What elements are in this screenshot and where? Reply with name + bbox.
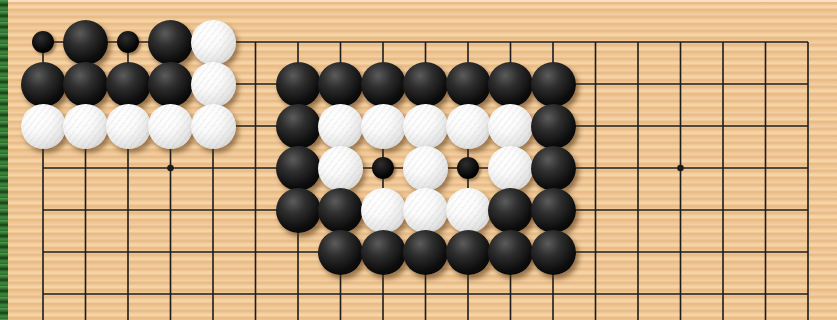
- stones-layer: [0, 0, 837, 320]
- black-stone: [488, 62, 533, 107]
- small-black-stone: [372, 157, 394, 179]
- black-stone: [318, 188, 363, 233]
- white-stone: [191, 62, 236, 107]
- black-stone: [63, 62, 108, 107]
- black-stone: [531, 188, 576, 233]
- white-stone: [63, 104, 108, 149]
- black-stone: [531, 104, 576, 149]
- black-stone: [276, 146, 321, 191]
- small-black-stone: [457, 157, 479, 179]
- white-stone: [318, 104, 363, 149]
- small-black-stone: [117, 31, 139, 53]
- black-stone: [318, 62, 363, 107]
- black-stone: [276, 104, 321, 149]
- black-stone: [531, 230, 576, 275]
- white-stone: [148, 104, 193, 149]
- black-stone: [403, 62, 448, 107]
- black-stone: [148, 20, 193, 65]
- white-stone: [488, 146, 533, 191]
- white-stone: [361, 104, 406, 149]
- white-stone: [21, 104, 66, 149]
- black-stone: [106, 62, 151, 107]
- white-stone: [446, 188, 491, 233]
- go-board-screenshot: [0, 0, 837, 320]
- white-stone: [403, 188, 448, 233]
- black-stone: [531, 146, 576, 191]
- white-stone: [403, 104, 448, 149]
- black-stone: [488, 230, 533, 275]
- black-stone: [21, 62, 66, 107]
- black-stone: [488, 188, 533, 233]
- black-stone: [276, 188, 321, 233]
- white-stone: [191, 20, 236, 65]
- black-stone: [531, 62, 576, 107]
- black-stone: [63, 20, 108, 65]
- black-stone: [276, 62, 321, 107]
- black-stone: [446, 62, 491, 107]
- white-stone: [318, 146, 363, 191]
- black-stone: [446, 230, 491, 275]
- white-stone: [106, 104, 151, 149]
- black-stone: [148, 62, 193, 107]
- small-black-stone: [32, 31, 54, 53]
- white-stone: [446, 104, 491, 149]
- white-stone: [361, 188, 406, 233]
- black-stone: [403, 230, 448, 275]
- white-stone: [403, 146, 448, 191]
- white-stone: [191, 104, 236, 149]
- black-stone: [318, 230, 363, 275]
- black-stone: [361, 62, 406, 107]
- black-stone: [361, 230, 406, 275]
- white-stone: [488, 104, 533, 149]
